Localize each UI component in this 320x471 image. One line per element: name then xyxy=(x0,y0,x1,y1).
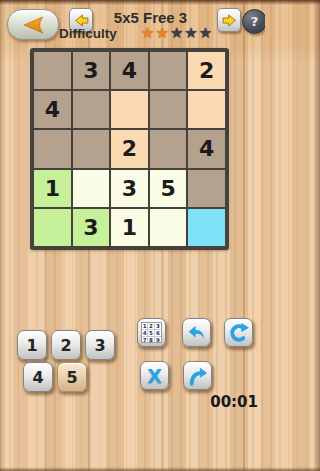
grid-cell-r2c4[interactable] xyxy=(150,91,187,128)
back-arrow-icon xyxy=(18,15,48,35)
grid-cell-r3c2[interactable] xyxy=(73,130,110,167)
back-button[interactable] xyxy=(7,9,59,40)
number-button-1[interactable]: 1 xyxy=(17,330,47,360)
grid-cell-r1c4[interactable] xyxy=(150,52,187,89)
redo-button[interactable] xyxy=(224,318,253,347)
grid-cell-r5c3[interactable]: 1 xyxy=(111,209,148,246)
grid-cell-r4c2[interactable] xyxy=(73,170,110,207)
grid-cell-r4c4[interactable]: 5 xyxy=(150,170,187,207)
grid-cell-r4c3[interactable]: 3 xyxy=(111,170,148,207)
grid-cell-r3c5[interactable]: 4 xyxy=(188,130,225,167)
grid-cell-r5c4[interactable] xyxy=(150,209,187,246)
grid-cell-r5c2[interactable]: 3 xyxy=(73,209,110,246)
next-puzzle-button[interactable] xyxy=(217,8,241,32)
grid-cell-r3c1[interactable] xyxy=(34,130,71,167)
pencil-marks-grid-icon: 123 456 789 xyxy=(141,322,162,343)
number-button-2[interactable]: 2 xyxy=(51,330,81,360)
star-filled-icon: ★ xyxy=(155,24,169,42)
pencil-marks-button[interactable]: 123 456 789 xyxy=(137,318,166,347)
number-button-3[interactable]: 3 xyxy=(85,330,115,360)
number-button-5[interactable]: 5 xyxy=(57,362,87,392)
grid-cell-r1c2[interactable]: 3 xyxy=(73,52,110,89)
grid-cell-r2c1[interactable]: 4 xyxy=(34,91,71,128)
yellow-right-arrow-icon xyxy=(221,12,238,29)
star-empty-icon: ★ xyxy=(184,24,198,42)
grid-cell-r1c3[interactable]: 4 xyxy=(111,52,148,89)
redo-circular-arrow-icon xyxy=(228,322,250,344)
erase-button[interactable]: X xyxy=(140,361,169,390)
erase-x-icon: X xyxy=(147,365,162,387)
undo-button[interactable] xyxy=(182,318,211,347)
grid-cell-r1c1[interactable] xyxy=(34,52,71,89)
hint-arrow-button[interactable] xyxy=(183,361,212,390)
grid-cell-r2c5[interactable] xyxy=(188,91,225,128)
grid-cell-r3c4[interactable] xyxy=(150,130,187,167)
difficulty-stars: ★★★★★ xyxy=(141,24,213,42)
grid-cell-r5c5[interactable] xyxy=(188,209,225,246)
undo-arrow-icon xyxy=(186,322,208,344)
grid-cell-r4c5[interactable] xyxy=(188,170,225,207)
grid-cell-r2c2[interactable] xyxy=(73,91,110,128)
sudoku-app-screen: { "game": "5x5 jigsaw sudoku (5x5 Free)"… xyxy=(0,0,265,471)
number-button-4[interactable]: 4 xyxy=(23,362,53,392)
star-filled-icon: ★ xyxy=(141,24,155,42)
difficulty-label: Difficulty xyxy=(59,26,117,41)
help-button[interactable]: ? xyxy=(242,9,265,34)
timer: 00:01 xyxy=(200,393,258,411)
grid-cell-r5c1[interactable] xyxy=(34,209,71,246)
grid-cell-r4c1[interactable]: 1 xyxy=(34,170,71,207)
sudoku-board: 3 4 2 4 2 4 1 3 5 3 1 xyxy=(30,48,229,250)
curved-arrow-icon xyxy=(187,365,209,387)
grid-cell-r2c3[interactable] xyxy=(111,91,148,128)
star-empty-icon: ★ xyxy=(170,24,184,42)
star-empty-icon: ★ xyxy=(199,24,213,42)
grid-cell-r3c3[interactable]: 2 xyxy=(111,130,148,167)
grid-cell-r1c5[interactable]: 2 xyxy=(188,52,225,89)
